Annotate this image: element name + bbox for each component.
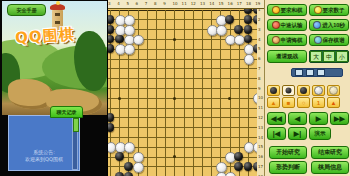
last-move-button[interactable]: ▶| <box>288 127 307 140</box>
row-coordinate: 2 <box>258 17 261 22</box>
grid-line <box>92 108 259 109</box>
column-coordinate: 10 <box>172 1 177 6</box>
column-coordinate: 9 <box>163 1 166 6</box>
star-point <box>228 97 231 100</box>
game-info-button[interactable]: 棋局信息 <box>311 161 349 174</box>
stone-black <box>244 25 253 34</box>
stone-white <box>216 25 227 36</box>
request-draw-button[interactable]: 要求和棋 <box>267 4 307 16</box>
undo-request-button[interactable]: 申请悔棋 <box>267 34 307 46</box>
column-coordinate: 19 <box>255 1 260 6</box>
mini-tab[interactable] <box>317 69 325 76</box>
stone-white <box>124 44 135 55</box>
prev-move-button[interactable]: ◀ <box>288 112 307 125</box>
row-coordinate: 17 <box>258 164 263 169</box>
stone-white <box>244 54 255 65</box>
lighthouse-window <box>55 21 60 24</box>
grid-line <box>92 127 259 128</box>
row-coordinate: 7 <box>258 66 261 71</box>
row-coordinate: 10 <box>258 95 263 100</box>
stone-white <box>225 172 236 176</box>
column-coordinate: 17 <box>237 1 242 6</box>
star-point <box>173 97 176 100</box>
row-coordinate: 12 <box>258 115 263 120</box>
chat-panel: 系统公告: 欢迎来到QQ围棋 <box>8 115 80 171</box>
row-coordinate: 15 <box>258 144 263 149</box>
row-coordinate: 5 <box>258 46 261 51</box>
black-stone-tool[interactable] <box>267 85 280 96</box>
undo-icon <box>272 36 280 44</box>
white-stone-tool[interactable] <box>312 85 325 96</box>
star-point <box>173 38 176 41</box>
chat-scrollbar-thumb[interactable] <box>73 118 79 132</box>
row-coordinate: 3 <box>258 27 261 32</box>
stone-white <box>124 25 135 36</box>
black-stone-icon <box>300 87 307 94</box>
end-study-button[interactable]: 结束研究 <box>311 146 349 159</box>
grid-line <box>165 10 166 176</box>
triangle-mark-tool-2[interactable]: ▲ <box>327 97 340 108</box>
start-study-button[interactable]: 开始研究 <box>269 146 307 159</box>
row-coordinate: 18 <box>258 174 263 176</box>
column-coordinate: 14 <box>209 1 214 6</box>
rewind-button[interactable]: ◀◀ <box>267 112 286 125</box>
control-panel: 要求和棋 要求数子 中途认输 进入10秒 申请悔棋 保存棋谱 邀请观战 大 中 … <box>264 0 350 176</box>
font-small-button[interactable]: 小 <box>336 51 348 62</box>
stone-black <box>234 162 243 171</box>
square-mark-tool[interactable]: ■ <box>282 97 295 108</box>
stone-black <box>234 152 243 161</box>
row-coordinate: 14 <box>258 135 263 140</box>
circle-mark-tool[interactable]: ○ <box>297 97 310 108</box>
stone-black <box>115 152 124 161</box>
stone-icon <box>286 88 292 94</box>
font-medium-button[interactable]: 中 <box>323 51 335 62</box>
stone-black <box>115 172 124 176</box>
black-stone-icon <box>270 87 277 94</box>
white-stone-icon <box>314 86 323 95</box>
column-coordinate: 3 <box>108 1 111 6</box>
chat-tab[interactable]: 聊天记录 <box>50 106 83 118</box>
stone-black <box>115 35 124 44</box>
black-stone-tool-2[interactable] <box>297 85 310 96</box>
side-coord-strip: 12345678910111213141516171819 <box>257 9 264 176</box>
column-coordinate: 8 <box>154 1 157 6</box>
grid-line <box>92 137 259 138</box>
chat-line: 欢迎来到QQ围棋 <box>9 156 79 162</box>
stone-black <box>244 162 253 171</box>
mini-tab[interactable] <box>306 69 314 76</box>
grid-line <box>156 10 157 176</box>
draw-icon <box>272 6 280 14</box>
column-coordinate: 15 <box>218 1 223 6</box>
top-coord-strip: 12345678910111213141516171819 <box>84 0 264 9</box>
chat-line: 系统公告: <box>9 149 79 155</box>
safety-manual-button[interactable]: 安全手册 <box>7 4 46 16</box>
row-coordinate: 13 <box>258 125 263 130</box>
grid-line <box>174 10 175 176</box>
column-coordinate: 13 <box>200 1 205 6</box>
column-coordinate: 4 <box>117 1 120 6</box>
save-kifu-button[interactable]: 保存棋谱 <box>309 34 349 46</box>
column-coordinate: 7 <box>145 1 148 6</box>
judge-position-button[interactable]: 形势判断 <box>269 161 307 174</box>
star-point <box>173 155 176 158</box>
stone-black <box>124 162 133 171</box>
erase-stone-tool[interactable] <box>327 85 340 96</box>
grid-line <box>92 166 259 167</box>
grid-line <box>193 10 194 176</box>
column-coordinate: 5 <box>126 1 129 6</box>
alternate-stone-tool[interactable] <box>282 85 295 96</box>
left-panel: QQ围棋 安全手册 聊天记录 系统公告: 欢迎来到QQ围棋 <box>0 0 108 176</box>
demo-button[interactable]: 演示 <box>309 127 331 140</box>
request-count-button[interactable]: 要求数子 <box>309 4 349 16</box>
stone-black <box>234 25 243 34</box>
stone-black <box>124 172 133 176</box>
row-coordinate: 4 <box>258 37 261 42</box>
fast-forward-button[interactable]: ▶▶ <box>330 112 349 125</box>
mini-toolbar <box>291 68 343 77</box>
stone-white <box>133 162 144 173</box>
lighthouse-window <box>55 13 60 16</box>
grid-line <box>202 10 203 176</box>
stone-black <box>225 15 234 24</box>
save-icon <box>314 36 322 44</box>
count-icon <box>314 6 322 14</box>
stone-black <box>244 35 253 44</box>
font-size-box: 大 中 小 <box>309 50 349 63</box>
app-window: 12345678910111213141516171819 1234567891… <box>0 0 350 176</box>
row-coordinate: 9 <box>258 86 261 91</box>
triangle-mark-tool[interactable]: ▲ <box>267 97 280 108</box>
chat-scrollbar[interactable] <box>72 117 78 170</box>
grid-line <box>92 117 259 118</box>
stone-white <box>124 142 135 153</box>
column-coordinate: 12 <box>191 1 196 6</box>
row-coordinate: 11 <box>258 105 263 110</box>
stone-black <box>244 15 253 24</box>
next-move-button[interactable]: ▶ <box>309 112 328 125</box>
font-large-button[interactable]: 大 <box>310 51 322 62</box>
row-coordinate: 8 <box>258 76 261 81</box>
go-board[interactable] <box>84 0 264 176</box>
column-coordinate: 6 <box>136 1 139 6</box>
grid-line <box>184 10 185 176</box>
column-coordinate: 18 <box>246 1 251 6</box>
stone-white <box>133 35 144 46</box>
column-coordinate: 11 <box>182 1 187 6</box>
mini-tab[interactable] <box>295 69 303 76</box>
number-mark-tool[interactable]: 1 <box>312 97 325 108</box>
row-coordinate: 16 <box>258 154 263 159</box>
first-move-button[interactable]: |◀ <box>267 127 286 140</box>
lobby-artwork: QQ围棋 安全手册 <box>2 1 107 115</box>
row-coordinate: 6 <box>258 56 261 61</box>
ten-seconds-icon <box>313 21 321 29</box>
row-coordinate: 1 <box>258 7 261 12</box>
column-coordinate: 16 <box>228 1 233 6</box>
resign-button[interactable]: 中途认输 <box>267 19 307 31</box>
lighthouse-light <box>56 1 60 5</box>
white-stone-icon <box>329 86 338 95</box>
resign-icon <box>272 21 280 29</box>
star-point <box>118 97 121 100</box>
ten-second-button[interactable]: 进入10秒 <box>309 19 349 31</box>
grid-line <box>147 10 148 176</box>
invite-watch-button[interactable]: 邀请观战 <box>267 50 307 63</box>
